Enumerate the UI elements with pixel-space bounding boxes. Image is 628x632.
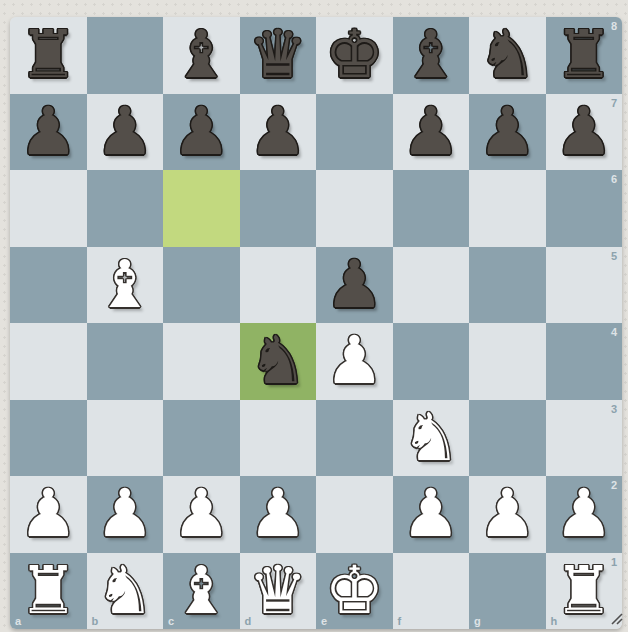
square-d6[interactable] [240, 170, 317, 247]
piece-white-pawn[interactable]: ♟ [10, 476, 87, 553]
square-g2[interactable]: ♟ [469, 476, 546, 553]
piece-black-knight[interactable]: ♞ [469, 17, 546, 94]
square-a7[interactable]: ♟ [10, 94, 87, 171]
file-label-g: g [474, 615, 481, 627]
square-f3[interactable]: ♞ [393, 400, 470, 477]
piece-white-pawn[interactable]: ♟ [87, 476, 164, 553]
square-d7[interactable]: ♟ [240, 94, 317, 171]
square-h2[interactable]: ♟2 [546, 476, 623, 553]
square-d5[interactable] [240, 247, 317, 324]
piece-black-pawn[interactable]: ♟ [393, 94, 470, 171]
square-c7[interactable]: ♟ [163, 94, 240, 171]
square-f7[interactable]: ♟ [393, 94, 470, 171]
square-a4[interactable] [10, 323, 87, 400]
square-c8[interactable]: ♝ [163, 17, 240, 94]
square-e2[interactable] [316, 476, 393, 553]
square-b4[interactable] [87, 323, 164, 400]
piece-white-pawn[interactable]: ♟ [163, 476, 240, 553]
piece-white-bishop[interactable]: ♝ [87, 247, 164, 324]
square-c2[interactable]: ♟ [163, 476, 240, 553]
piece-black-bishop[interactable]: ♝ [393, 17, 470, 94]
square-b1[interactable]: ♞b [87, 553, 164, 630]
square-a1[interactable]: ♜a [10, 553, 87, 630]
square-f2[interactable]: ♟ [393, 476, 470, 553]
piece-black-rook[interactable]: ♜ [546, 17, 623, 94]
piece-black-pawn[interactable]: ♟ [316, 247, 393, 324]
square-f8[interactable]: ♝ [393, 17, 470, 94]
chess-board: ♜♝♛♚♝♞♜8♟♟♟♟♟♟♟76♝♟5♞♟4♞3♟♟♟♟♟♟♟2♜a♞b♝c♛… [10, 17, 622, 629]
piece-white-pawn[interactable]: ♟ [240, 476, 317, 553]
square-g8[interactable]: ♞ [469, 17, 546, 94]
piece-black-queen[interactable]: ♛ [240, 17, 317, 94]
square-e1[interactable]: ♚e [316, 553, 393, 630]
piece-black-king[interactable]: ♚ [316, 17, 393, 94]
square-f4[interactable] [393, 323, 470, 400]
square-g3[interactable] [469, 400, 546, 477]
square-h6[interactable]: 6 [546, 170, 623, 247]
square-f1[interactable]: f [393, 553, 470, 630]
square-g6[interactable] [469, 170, 546, 247]
piece-white-pawn[interactable]: ♟ [316, 323, 393, 400]
square-a2[interactable]: ♟ [10, 476, 87, 553]
rank-label-6: 6 [611, 173, 617, 185]
piece-black-pawn[interactable]: ♟ [163, 94, 240, 171]
square-d1[interactable]: ♛d [240, 553, 317, 630]
square-h5[interactable]: 5 [546, 247, 623, 324]
square-b8[interactable] [87, 17, 164, 94]
square-a5[interactable] [10, 247, 87, 324]
piece-black-rook[interactable]: ♜ [10, 17, 87, 94]
square-e7[interactable] [316, 94, 393, 171]
file-label-f: f [398, 615, 402, 627]
piece-black-pawn[interactable]: ♟ [10, 94, 87, 171]
square-e3[interactable] [316, 400, 393, 477]
square-h3[interactable]: 3 [546, 400, 623, 477]
square-c6[interactable] [163, 170, 240, 247]
square-f5[interactable] [393, 247, 470, 324]
square-f6[interactable] [393, 170, 470, 247]
square-e4[interactable]: ♟ [316, 323, 393, 400]
rank-label-3: 3 [611, 403, 617, 415]
square-a3[interactable] [10, 400, 87, 477]
piece-black-pawn[interactable]: ♟ [240, 94, 317, 171]
square-e5[interactable]: ♟ [316, 247, 393, 324]
square-c1[interactable]: ♝c [163, 553, 240, 630]
piece-white-rook[interactable]: ♜ [10, 553, 87, 630]
piece-black-pawn[interactable]: ♟ [546, 94, 623, 171]
square-g7[interactable]: ♟ [469, 94, 546, 171]
square-b6[interactable] [87, 170, 164, 247]
square-e6[interactable] [316, 170, 393, 247]
square-c5[interactable] [163, 247, 240, 324]
square-c4[interactable] [163, 323, 240, 400]
square-d4[interactable]: ♞ [240, 323, 317, 400]
square-g1[interactable]: g [469, 553, 546, 630]
square-c3[interactable] [163, 400, 240, 477]
square-b7[interactable]: ♟ [87, 94, 164, 171]
square-b3[interactable] [87, 400, 164, 477]
piece-black-bishop[interactable]: ♝ [163, 17, 240, 94]
piece-white-knight[interactable]: ♞ [393, 400, 470, 477]
square-h4[interactable]: 4 [546, 323, 623, 400]
square-h7[interactable]: ♟7 [546, 94, 623, 171]
piece-white-pawn[interactable]: ♟ [546, 476, 623, 553]
square-g5[interactable] [469, 247, 546, 324]
piece-white-pawn[interactable]: ♟ [469, 476, 546, 553]
piece-white-bishop[interactable]: ♝ [163, 553, 240, 630]
rank-label-5: 5 [611, 250, 617, 262]
rank-label-4: 4 [611, 326, 617, 338]
square-a6[interactable] [10, 170, 87, 247]
board-resize-handle[interactable] [609, 611, 624, 626]
piece-white-pawn[interactable]: ♟ [393, 476, 470, 553]
piece-white-queen[interactable]: ♛ [240, 553, 317, 630]
piece-white-king[interactable]: ♚ [316, 553, 393, 630]
square-b5[interactable]: ♝ [87, 247, 164, 324]
square-e8[interactable]: ♚ [316, 17, 393, 94]
square-d8[interactable]: ♛ [240, 17, 317, 94]
piece-white-knight[interactable]: ♞ [87, 553, 164, 630]
page-background: { "game": "chess", "position": "r1bqkbnr… [0, 0, 628, 632]
square-d2[interactable]: ♟ [240, 476, 317, 553]
square-d3[interactable] [240, 400, 317, 477]
square-g4[interactable] [469, 323, 546, 400]
piece-black-pawn[interactable]: ♟ [469, 94, 546, 171]
piece-black-knight[interactable]: ♞ [240, 323, 317, 400]
square-b2[interactable]: ♟ [87, 476, 164, 553]
square-a8[interactable]: ♜ [10, 17, 87, 94]
piece-black-pawn[interactable]: ♟ [87, 94, 164, 171]
square-h8[interactable]: ♜8 [546, 17, 623, 94]
